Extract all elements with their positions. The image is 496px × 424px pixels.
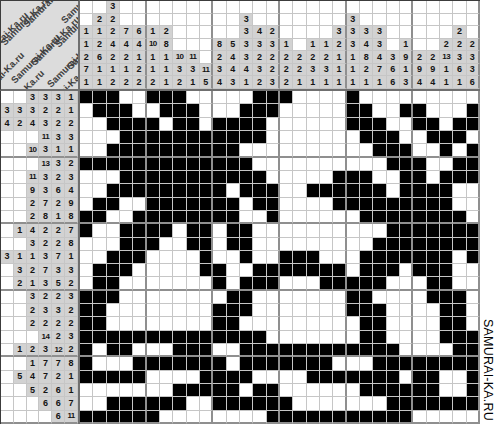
grid-cell[interactable] bbox=[80, 91, 93, 104]
grid-cell[interactable] bbox=[133, 251, 146, 264]
grid-cell[interactable] bbox=[213, 397, 226, 410]
grid-cell[interactable] bbox=[133, 277, 146, 290]
grid-cell[interactable] bbox=[173, 198, 186, 211]
grid-cell[interactable] bbox=[307, 118, 320, 131]
grid-cell[interactable] bbox=[120, 304, 133, 317]
grid-cell[interactable] bbox=[200, 384, 213, 397]
grid-cell[interactable] bbox=[160, 171, 173, 184]
grid-cell[interactable] bbox=[333, 91, 346, 104]
grid-cell[interactable] bbox=[413, 277, 426, 290]
grid-cell[interactable] bbox=[387, 131, 400, 144]
grid-cell[interactable] bbox=[80, 371, 93, 384]
grid-cell[interactable] bbox=[147, 131, 160, 144]
grid-cell[interactable] bbox=[133, 344, 146, 357]
grid-cell[interactable] bbox=[80, 331, 93, 344]
grid-cell[interactable] bbox=[253, 171, 266, 184]
grid-cell[interactable] bbox=[160, 411, 173, 424]
grid-cell[interactable] bbox=[427, 277, 440, 290]
grid-cell[interactable] bbox=[107, 317, 120, 330]
grid-cell[interactable] bbox=[280, 104, 293, 117]
grid-cell[interactable] bbox=[307, 211, 320, 224]
grid-cell[interactable] bbox=[347, 277, 360, 290]
grid-cell[interactable] bbox=[107, 158, 120, 171]
grid-cell[interactable] bbox=[173, 277, 186, 290]
grid-cell[interactable] bbox=[200, 104, 213, 117]
grid-cell[interactable] bbox=[293, 171, 306, 184]
grid-cell[interactable] bbox=[200, 198, 213, 211]
grid-cell[interactable] bbox=[93, 411, 106, 424]
grid-cell[interactable] bbox=[307, 264, 320, 277]
grid-cell[interactable] bbox=[467, 171, 480, 184]
grid-cell[interactable] bbox=[347, 384, 360, 397]
grid-cell[interactable] bbox=[320, 411, 333, 424]
grid-cell[interactable] bbox=[320, 264, 333, 277]
grid-cell[interactable] bbox=[347, 211, 360, 224]
grid-cell[interactable] bbox=[333, 411, 346, 424]
grid-cell[interactable] bbox=[347, 184, 360, 197]
grid-cell[interactable] bbox=[187, 344, 200, 357]
grid-cell[interactable] bbox=[133, 384, 146, 397]
grid-cell[interactable] bbox=[293, 397, 306, 410]
grid-cell[interactable] bbox=[280, 331, 293, 344]
grid-cell[interactable] bbox=[80, 104, 93, 117]
grid-cell[interactable] bbox=[467, 277, 480, 290]
grid-cell[interactable] bbox=[240, 411, 253, 424]
grid-cell[interactable] bbox=[373, 198, 386, 211]
grid-cell[interactable] bbox=[413, 211, 426, 224]
grid-cell[interactable] bbox=[373, 331, 386, 344]
grid-cell[interactable] bbox=[293, 104, 306, 117]
grid-cell[interactable] bbox=[440, 131, 453, 144]
grid-cell[interactable] bbox=[307, 357, 320, 370]
grid-cell[interactable] bbox=[213, 304, 226, 317]
grid-cell[interactable] bbox=[387, 144, 400, 157]
grid-cell[interactable] bbox=[440, 198, 453, 211]
grid-cell[interactable] bbox=[333, 317, 346, 330]
grid-cell[interactable] bbox=[173, 291, 186, 304]
grid-cell[interactable] bbox=[120, 397, 133, 410]
grid-cell[interactable] bbox=[200, 397, 213, 410]
grid-cell[interactable] bbox=[333, 211, 346, 224]
grid-cell[interactable] bbox=[280, 344, 293, 357]
grid-cell[interactable] bbox=[133, 317, 146, 330]
grid-cell[interactable] bbox=[160, 131, 173, 144]
grid-cell[interactable] bbox=[267, 384, 280, 397]
grid-cell[interactable] bbox=[333, 104, 346, 117]
grid-cell[interactable] bbox=[427, 131, 440, 144]
grid-cell[interactable] bbox=[360, 371, 373, 384]
grid-cell[interactable] bbox=[280, 91, 293, 104]
grid-cell[interactable] bbox=[213, 291, 226, 304]
grid-cell[interactable] bbox=[133, 211, 146, 224]
grid-cell[interactable] bbox=[253, 211, 266, 224]
grid-cell[interactable] bbox=[187, 211, 200, 224]
grid-cell[interactable] bbox=[427, 384, 440, 397]
grid-cell[interactable] bbox=[427, 104, 440, 117]
grid-cell[interactable] bbox=[333, 304, 346, 317]
grid-cell[interactable] bbox=[467, 264, 480, 277]
grid-cell[interactable] bbox=[187, 371, 200, 384]
grid-cell[interactable] bbox=[200, 211, 213, 224]
grid-cell[interactable] bbox=[333, 384, 346, 397]
grid-cell[interactable] bbox=[187, 397, 200, 410]
grid-cell[interactable] bbox=[400, 317, 413, 330]
grid-cell[interactable] bbox=[120, 131, 133, 144]
grid-cell[interactable] bbox=[373, 317, 386, 330]
grid-cell[interactable] bbox=[173, 131, 186, 144]
grid-cell[interactable] bbox=[213, 238, 226, 251]
grid-cell[interactable] bbox=[373, 238, 386, 251]
grid-cell[interactable] bbox=[347, 158, 360, 171]
grid-cell[interactable] bbox=[120, 238, 133, 251]
grid-cell[interactable] bbox=[253, 411, 266, 424]
grid-cell[interactable] bbox=[200, 91, 213, 104]
grid-cell[interactable] bbox=[427, 144, 440, 157]
grid-cell[interactable] bbox=[400, 264, 413, 277]
grid-cell[interactable] bbox=[267, 198, 280, 211]
grid-cell[interactable] bbox=[173, 251, 186, 264]
grid-cell[interactable] bbox=[133, 91, 146, 104]
grid-cell[interactable] bbox=[173, 357, 186, 370]
grid-cell[interactable] bbox=[107, 238, 120, 251]
grid-cell[interactable] bbox=[147, 317, 160, 330]
grid-cell[interactable] bbox=[400, 118, 413, 131]
grid-cell[interactable] bbox=[453, 344, 466, 357]
grid-cell[interactable] bbox=[80, 277, 93, 290]
grid-cell[interactable] bbox=[333, 291, 346, 304]
grid-cell[interactable] bbox=[93, 158, 106, 171]
grid-cell[interactable] bbox=[280, 411, 293, 424]
grid-cell[interactable] bbox=[187, 291, 200, 304]
grid-cell[interactable] bbox=[227, 118, 240, 131]
grid-cell[interactable] bbox=[80, 291, 93, 304]
grid-cell[interactable] bbox=[453, 357, 466, 370]
grid-cell[interactable] bbox=[453, 238, 466, 251]
grid-cell[interactable] bbox=[173, 158, 186, 171]
grid-cell[interactable] bbox=[107, 344, 120, 357]
grid-cell[interactable] bbox=[240, 144, 253, 157]
grid-cell[interactable] bbox=[213, 331, 226, 344]
grid-cell[interactable] bbox=[253, 384, 266, 397]
grid-cell[interactable] bbox=[227, 277, 240, 290]
grid-cell[interactable] bbox=[373, 171, 386, 184]
grid-cell[interactable] bbox=[387, 317, 400, 330]
grid-cell[interactable] bbox=[80, 317, 93, 330]
grid-cell[interactable] bbox=[133, 104, 146, 117]
grid-cell[interactable] bbox=[387, 91, 400, 104]
grid-cell[interactable] bbox=[227, 304, 240, 317]
grid-cell[interactable] bbox=[187, 144, 200, 157]
grid-cell[interactable] bbox=[173, 264, 186, 277]
grid-cell[interactable] bbox=[280, 158, 293, 171]
grid-cell[interactable] bbox=[107, 291, 120, 304]
grid-cell[interactable] bbox=[453, 104, 466, 117]
grid-cell[interactable] bbox=[373, 304, 386, 317]
grid-cell[interactable] bbox=[347, 198, 360, 211]
grid-cell[interactable] bbox=[373, 131, 386, 144]
grid-cell[interactable] bbox=[187, 131, 200, 144]
grid-cell[interactable] bbox=[467, 304, 480, 317]
grid-cell[interactable] bbox=[333, 224, 346, 237]
grid-cell[interactable] bbox=[240, 397, 253, 410]
grid-cell[interactable] bbox=[227, 291, 240, 304]
grid-cell[interactable] bbox=[253, 277, 266, 290]
grid-cell[interactable] bbox=[240, 317, 253, 330]
grid-cell[interactable] bbox=[320, 158, 333, 171]
grid-cell[interactable] bbox=[307, 304, 320, 317]
grid-cell[interactable] bbox=[307, 171, 320, 184]
grid-cell[interactable] bbox=[107, 384, 120, 397]
grid-cell[interactable] bbox=[413, 397, 426, 410]
grid-cell[interactable] bbox=[173, 238, 186, 251]
grid-cell[interactable] bbox=[107, 91, 120, 104]
grid-cell[interactable] bbox=[293, 184, 306, 197]
grid-cell[interactable] bbox=[453, 291, 466, 304]
grid-cell[interactable] bbox=[80, 357, 93, 370]
grid-cell[interactable] bbox=[187, 104, 200, 117]
grid-cell[interactable] bbox=[427, 317, 440, 330]
grid-cell[interactable] bbox=[227, 184, 240, 197]
grid-cell[interactable] bbox=[387, 264, 400, 277]
grid-cell[interactable] bbox=[427, 158, 440, 171]
grid-cell[interactable] bbox=[387, 118, 400, 131]
grid-cell[interactable] bbox=[400, 251, 413, 264]
grid-cell[interactable] bbox=[307, 251, 320, 264]
grid-cell[interactable] bbox=[160, 331, 173, 344]
grid-cell[interactable] bbox=[427, 238, 440, 251]
grid-cell[interactable] bbox=[147, 304, 160, 317]
grid-cell[interactable] bbox=[440, 211, 453, 224]
grid-cell[interactable] bbox=[387, 238, 400, 251]
grid-cell[interactable] bbox=[293, 344, 306, 357]
grid-cell[interactable] bbox=[107, 277, 120, 290]
grid-cell[interactable] bbox=[360, 184, 373, 197]
grid-cell[interactable] bbox=[320, 224, 333, 237]
grid-cell[interactable] bbox=[187, 411, 200, 424]
grid-cell[interactable] bbox=[373, 91, 386, 104]
grid-cell[interactable] bbox=[360, 144, 373, 157]
grid-cell[interactable] bbox=[280, 118, 293, 131]
grid-cell[interactable] bbox=[400, 131, 413, 144]
grid-cell[interactable] bbox=[320, 357, 333, 370]
grid-cell[interactable] bbox=[373, 357, 386, 370]
grid-cell[interactable] bbox=[413, 198, 426, 211]
grid-cell[interactable] bbox=[187, 277, 200, 290]
grid-cell[interactable] bbox=[427, 171, 440, 184]
grid-cell[interactable] bbox=[80, 158, 93, 171]
grid-cell[interactable] bbox=[280, 251, 293, 264]
grid-cell[interactable] bbox=[200, 144, 213, 157]
grid-cell[interactable] bbox=[227, 384, 240, 397]
grid-cell[interactable] bbox=[360, 411, 373, 424]
grid-cell[interactable] bbox=[400, 304, 413, 317]
grid-cell[interactable] bbox=[440, 104, 453, 117]
grid-cell[interactable] bbox=[187, 118, 200, 131]
grid-cell[interactable] bbox=[293, 91, 306, 104]
grid-cell[interactable] bbox=[80, 171, 93, 184]
grid-cell[interactable] bbox=[240, 158, 253, 171]
grid-cell[interactable] bbox=[320, 131, 333, 144]
grid-cell[interactable] bbox=[120, 158, 133, 171]
grid-cell[interactable] bbox=[293, 371, 306, 384]
grid-cell[interactable] bbox=[360, 91, 373, 104]
grid-cell[interactable] bbox=[200, 371, 213, 384]
grid-cell[interactable] bbox=[120, 277, 133, 290]
grid-cell[interactable] bbox=[400, 277, 413, 290]
grid-cell[interactable] bbox=[120, 384, 133, 397]
grid-cell[interactable] bbox=[360, 304, 373, 317]
grid-cell[interactable] bbox=[107, 331, 120, 344]
grid-cell[interactable] bbox=[387, 397, 400, 410]
grid-cell[interactable] bbox=[467, 411, 480, 424]
grid-cell[interactable] bbox=[253, 357, 266, 370]
grid-cell[interactable] bbox=[133, 184, 146, 197]
grid-cell[interactable] bbox=[413, 118, 426, 131]
grid-cell[interactable] bbox=[387, 357, 400, 370]
grid-cell[interactable] bbox=[333, 158, 346, 171]
grid-cell[interactable] bbox=[200, 238, 213, 251]
grid-cell[interactable] bbox=[280, 291, 293, 304]
grid-cell[interactable] bbox=[200, 224, 213, 237]
grid-cell[interactable] bbox=[227, 211, 240, 224]
grid-cell[interactable] bbox=[107, 184, 120, 197]
grid-cell[interactable] bbox=[333, 397, 346, 410]
grid-cell[interactable] bbox=[387, 304, 400, 317]
grid-cell[interactable] bbox=[280, 384, 293, 397]
grid-cell[interactable] bbox=[120, 104, 133, 117]
grid-cell[interactable] bbox=[333, 144, 346, 157]
grid-cell[interactable] bbox=[360, 331, 373, 344]
grid-cell[interactable] bbox=[240, 357, 253, 370]
grid-cell[interactable] bbox=[253, 291, 266, 304]
grid-cell[interactable] bbox=[293, 277, 306, 290]
grid-cell[interactable] bbox=[200, 158, 213, 171]
grid-cell[interactable] bbox=[160, 224, 173, 237]
grid-cell[interactable] bbox=[107, 224, 120, 237]
grid-cell[interactable] bbox=[280, 317, 293, 330]
grid-cell[interactable] bbox=[267, 264, 280, 277]
grid-cell[interactable] bbox=[200, 344, 213, 357]
grid-cell[interactable] bbox=[427, 224, 440, 237]
grid-cell[interactable] bbox=[400, 158, 413, 171]
grid-cell[interactable] bbox=[147, 264, 160, 277]
grid-cell[interactable] bbox=[307, 344, 320, 357]
grid-cell[interactable] bbox=[93, 304, 106, 317]
grid-cell[interactable] bbox=[253, 371, 266, 384]
grid-cell[interactable] bbox=[187, 317, 200, 330]
grid-cell[interactable] bbox=[200, 331, 213, 344]
grid-cell[interactable] bbox=[360, 291, 373, 304]
grid-cell[interactable] bbox=[360, 104, 373, 117]
grid-cell[interactable] bbox=[267, 411, 280, 424]
grid-cell[interactable] bbox=[373, 104, 386, 117]
grid-cell[interactable] bbox=[107, 371, 120, 384]
grid-cell[interactable] bbox=[213, 104, 226, 117]
grid-cell[interactable] bbox=[267, 371, 280, 384]
grid-cell[interactable] bbox=[120, 91, 133, 104]
grid-cell[interactable] bbox=[267, 118, 280, 131]
grid-cell[interactable] bbox=[173, 171, 186, 184]
grid-cell[interactable] bbox=[333, 357, 346, 370]
grid-cell[interactable] bbox=[307, 397, 320, 410]
grid-cell[interactable] bbox=[307, 384, 320, 397]
grid-cell[interactable] bbox=[453, 118, 466, 131]
grid-cell[interactable] bbox=[467, 344, 480, 357]
grid-cell[interactable] bbox=[413, 171, 426, 184]
grid-cell[interactable] bbox=[267, 91, 280, 104]
grid-cell[interactable] bbox=[227, 344, 240, 357]
grid-cell[interactable] bbox=[427, 411, 440, 424]
grid-cell[interactable] bbox=[253, 198, 266, 211]
grid-cell[interactable] bbox=[427, 251, 440, 264]
grid-cell[interactable] bbox=[467, 224, 480, 237]
grid-cell[interactable] bbox=[80, 211, 93, 224]
grid-cell[interactable] bbox=[253, 238, 266, 251]
grid-cell[interactable] bbox=[213, 251, 226, 264]
grid-cell[interactable] bbox=[413, 251, 426, 264]
grid-cell[interactable] bbox=[347, 411, 360, 424]
grid-cell[interactable] bbox=[440, 411, 453, 424]
grid-cell[interactable] bbox=[347, 104, 360, 117]
grid-cell[interactable] bbox=[80, 198, 93, 211]
grid-cell[interactable] bbox=[387, 384, 400, 397]
grid-cell[interactable] bbox=[93, 317, 106, 330]
grid-cell[interactable] bbox=[347, 238, 360, 251]
grid-cell[interactable] bbox=[133, 198, 146, 211]
grid-cell[interactable] bbox=[133, 371, 146, 384]
grid-cell[interactable] bbox=[160, 91, 173, 104]
grid-cell[interactable] bbox=[373, 384, 386, 397]
grid-cell[interactable] bbox=[253, 131, 266, 144]
grid-cell[interactable] bbox=[413, 384, 426, 397]
grid-cell[interactable] bbox=[133, 357, 146, 370]
grid-cell[interactable] bbox=[333, 344, 346, 357]
grid-cell[interactable] bbox=[373, 411, 386, 424]
grid-cell[interactable] bbox=[440, 118, 453, 131]
grid-cell[interactable] bbox=[467, 104, 480, 117]
grid-cell[interactable] bbox=[280, 238, 293, 251]
grid-cell[interactable] bbox=[440, 144, 453, 157]
grid-cell[interactable] bbox=[93, 171, 106, 184]
grid-cell[interactable] bbox=[347, 251, 360, 264]
grid-cell[interactable] bbox=[107, 131, 120, 144]
grid-cell[interactable] bbox=[173, 304, 186, 317]
grid-cell[interactable] bbox=[440, 304, 453, 317]
grid-cell[interactable] bbox=[347, 291, 360, 304]
grid-cell[interactable] bbox=[400, 344, 413, 357]
grid-cell[interactable] bbox=[360, 384, 373, 397]
grid-cell[interactable] bbox=[213, 277, 226, 290]
grid-cell[interactable] bbox=[240, 344, 253, 357]
grid-cell[interactable] bbox=[440, 277, 453, 290]
grid-cell[interactable] bbox=[307, 158, 320, 171]
grid-cell[interactable] bbox=[187, 198, 200, 211]
grid-cell[interactable] bbox=[80, 238, 93, 251]
grid-cell[interactable] bbox=[360, 344, 373, 357]
grid-cell[interactable] bbox=[320, 198, 333, 211]
grid-cell[interactable] bbox=[227, 397, 240, 410]
grid-cell[interactable] bbox=[240, 91, 253, 104]
grid-cell[interactable] bbox=[240, 251, 253, 264]
grid-cell[interactable] bbox=[227, 224, 240, 237]
grid-cell[interactable] bbox=[360, 118, 373, 131]
grid-cell[interactable] bbox=[467, 211, 480, 224]
grid-cell[interactable] bbox=[240, 184, 253, 197]
grid-cell[interactable] bbox=[253, 118, 266, 131]
grid-cell[interactable] bbox=[440, 224, 453, 237]
grid-cell[interactable] bbox=[253, 304, 266, 317]
grid-cell[interactable] bbox=[133, 171, 146, 184]
